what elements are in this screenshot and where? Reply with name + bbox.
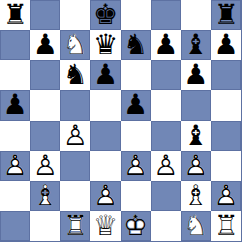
square-f7[interactable]: ♟	[151, 30, 181, 60]
square-e1[interactable]: ♚♔	[121, 211, 151, 241]
square-c8[interactable]	[60, 0, 90, 30]
square-g5[interactable]	[181, 90, 211, 120]
black-pawn: ♟	[153, 31, 178, 59]
square-a6[interactable]	[0, 60, 30, 90]
square-a8[interactable]: ♜	[0, 0, 30, 30]
square-f1[interactable]	[151, 211, 181, 241]
black-pawn: ♟	[93, 61, 118, 89]
square-b6[interactable]	[30, 60, 60, 90]
square-c2[interactable]	[60, 181, 90, 211]
white-rook: ♜♖	[63, 212, 88, 240]
square-c7[interactable]: ♞♘	[60, 30, 90, 60]
square-d6[interactable]: ♟	[90, 60, 120, 90]
white-pawn: ♟♙	[3, 152, 28, 180]
white-queen: ♛♕	[93, 212, 118, 240]
square-g3[interactable]: ♟♙	[181, 151, 211, 181]
square-f5[interactable]	[151, 90, 181, 120]
square-c5[interactable]	[60, 90, 90, 120]
white-pawn: ♟♙	[123, 152, 148, 180]
white-king: ♚♔	[123, 212, 148, 240]
square-b4[interactable]	[30, 121, 60, 151]
square-e3[interactable]: ♟♙	[121, 151, 151, 181]
chess-board: ♜♚♜♟♞♘♛♞♟♝♟♞♟♟♟♟♟♙♝♟♙♟♙♟♙♟♙♟♙♝♗♟♙♝♗♟♙♜♖♛…	[0, 0, 242, 242]
white-pawn: ♟♙	[63, 122, 88, 150]
white-pawn: ♟♙	[93, 182, 118, 210]
square-h1[interactable]: ♜♖	[211, 211, 241, 241]
white-pawn: ♟♙	[153, 152, 178, 180]
square-d5[interactable]	[90, 90, 120, 120]
square-g1[interactable]: ♞♘	[181, 211, 211, 241]
square-c6[interactable]: ♞	[60, 60, 90, 90]
square-b5[interactable]	[30, 90, 60, 120]
square-c4[interactable]: ♟♙	[60, 121, 90, 151]
square-b7[interactable]: ♟	[30, 30, 60, 60]
square-a7[interactable]	[0, 30, 30, 60]
black-pawn: ♟	[3, 91, 28, 119]
black-rook: ♜	[213, 1, 238, 29]
square-e2[interactable]	[121, 181, 151, 211]
white-knight: ♞♘	[183, 212, 208, 240]
black-bishop: ♝	[183, 122, 208, 150]
white-rook: ♜♖	[213, 212, 238, 240]
square-h3[interactable]	[211, 151, 241, 181]
square-f4[interactable]	[151, 121, 181, 151]
square-d2[interactable]: ♟♙	[90, 181, 120, 211]
black-king: ♚	[93, 1, 118, 29]
white-bishop: ♝♗	[183, 182, 208, 210]
square-h2[interactable]: ♟♙	[211, 181, 241, 211]
square-a1[interactable]	[0, 211, 30, 241]
black-bishop: ♝	[183, 31, 208, 59]
square-a5[interactable]: ♟	[0, 90, 30, 120]
square-a4[interactable]	[0, 121, 30, 151]
square-g6[interactable]: ♟	[181, 60, 211, 90]
square-f2[interactable]	[151, 181, 181, 211]
square-c1[interactable]: ♜♖	[60, 211, 90, 241]
square-g2[interactable]: ♝♗	[181, 181, 211, 211]
square-e6[interactable]	[121, 60, 151, 90]
square-e7[interactable]: ♞	[121, 30, 151, 60]
square-f3[interactable]: ♟♙	[151, 151, 181, 181]
square-h6[interactable]	[211, 60, 241, 90]
square-g4[interactable]: ♝	[181, 121, 211, 151]
square-c3[interactable]	[60, 151, 90, 181]
square-h8[interactable]: ♜	[211, 0, 241, 30]
white-bishop: ♝♗	[33, 182, 58, 210]
square-h5[interactable]	[211, 90, 241, 120]
square-a3[interactable]: ♟♙	[0, 151, 30, 181]
square-a2[interactable]	[0, 181, 30, 211]
black-queen: ♛	[93, 31, 118, 59]
black-pawn: ♟	[183, 61, 208, 89]
square-g7[interactable]: ♝	[181, 30, 211, 60]
square-b8[interactable]	[30, 0, 60, 30]
square-h4[interactable]	[211, 121, 241, 151]
square-d4[interactable]	[90, 121, 120, 151]
white-pawn: ♟♙	[213, 182, 238, 210]
black-rook: ♜	[3, 1, 28, 29]
square-f6[interactable]	[151, 60, 181, 90]
black-pawn: ♟	[123, 91, 148, 119]
white-pawn: ♟♙	[33, 152, 58, 180]
square-b2[interactable]: ♝♗	[30, 181, 60, 211]
square-b3[interactable]: ♟♙	[30, 151, 60, 181]
black-knight: ♞	[63, 61, 88, 89]
black-pawn: ♟	[213, 31, 238, 59]
square-d7[interactable]: ♛	[90, 30, 120, 60]
square-f8[interactable]	[151, 0, 181, 30]
square-e4[interactable]	[121, 121, 151, 151]
square-e8[interactable]	[121, 0, 151, 30]
square-e5[interactable]: ♟	[121, 90, 151, 120]
square-d3[interactable]	[90, 151, 120, 181]
black-pawn: ♟	[33, 31, 58, 59]
black-knight: ♞	[123, 31, 148, 59]
square-g8[interactable]	[181, 0, 211, 30]
white-knight: ♞♘	[63, 31, 88, 59]
white-pawn: ♟♙	[183, 152, 208, 180]
square-d8[interactable]: ♚	[90, 0, 120, 30]
square-d1[interactable]: ♛♕	[90, 211, 120, 241]
square-b1[interactable]	[30, 211, 60, 241]
square-h7[interactable]: ♟	[211, 30, 241, 60]
